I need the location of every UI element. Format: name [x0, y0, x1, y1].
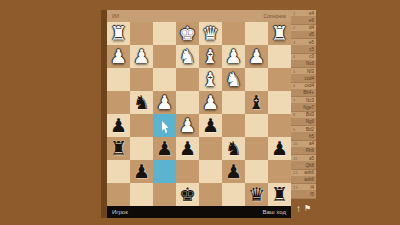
move-row[interactable]: 7Nc3: [291, 97, 316, 104]
square-h6[interactable]: ♜: [107, 137, 130, 160]
move-san: Ng6: [306, 119, 314, 124]
move-san: f5: [310, 192, 314, 197]
move-san: Bd3: [306, 112, 314, 117]
move-number: 10: [293, 141, 297, 146]
opponent-role-label: Соперник: [264, 13, 286, 19]
square-e7[interactable]: [176, 160, 199, 183]
piece-black-pawn[interactable]: ♟: [199, 114, 222, 137]
square-b5[interactable]: [245, 114, 268, 137]
move-row[interactable]: 6cxd4: [291, 83, 316, 90]
move-row[interactable]: Nge7: [291, 104, 316, 111]
move-san: e4: [309, 11, 314, 16]
square-g8[interactable]: [130, 183, 153, 206]
square-f4[interactable]: ♟: [153, 91, 176, 114]
square-b6[interactable]: [245, 137, 268, 160]
move-row[interactable]: Rh6: [291, 148, 316, 155]
square-h7[interactable]: [107, 160, 130, 183]
square-h5[interactable]: ♟: [107, 114, 130, 137]
square-a2[interactable]: [268, 45, 291, 68]
square-g7[interactable]: ♟: [130, 160, 153, 183]
square-e1[interactable]: ♚: [176, 22, 199, 45]
move-number: 8: [293, 112, 295, 117]
move-row[interactable]: 4c3: [291, 54, 316, 61]
move-row[interactable]: 10a4: [291, 141, 316, 148]
move-number: 9: [293, 127, 295, 132]
square-b8[interactable]: ♛: [245, 183, 268, 206]
move-row[interactable]: 3e5: [291, 39, 316, 46]
square-f3[interactable]: [153, 68, 176, 91]
move-san: Nc6: [306, 61, 314, 66]
piece-white-bishop[interactable]: ♝: [199, 45, 222, 68]
piece-black-pawn[interactable]: ♟: [268, 137, 291, 160]
move-list-footer: ↑ ⚑: [291, 199, 316, 218]
square-e8[interactable]: ♚: [176, 183, 199, 206]
move-row[interactable]: Qb8: [291, 162, 316, 169]
square-d4[interactable]: ♟: [199, 91, 222, 114]
move-row[interactable]: d5: [291, 32, 316, 39]
move-number: 13: [293, 185, 297, 190]
square-g6[interactable]: [130, 137, 153, 160]
piece-black-king[interactable]: ♚: [176, 183, 199, 206]
piece-black-pawn[interactable]: ♟: [130, 160, 153, 183]
piece-black-knight[interactable]: ♞: [130, 91, 153, 114]
square-e5[interactable]: ♟: [176, 114, 199, 137]
piece-white-pawn[interactable]: ♟: [107, 45, 130, 68]
move-number: 3: [293, 40, 295, 45]
move-row[interactable]: 2d4: [291, 25, 316, 32]
move-row[interactable]: f5: [291, 191, 316, 198]
move-san: Rh6: [306, 148, 314, 153]
square-f7[interactable]: [153, 160, 176, 183]
square-h4[interactable]: [107, 91, 130, 114]
square-a6[interactable]: ♟: [268, 137, 291, 160]
move-number: 12: [293, 170, 297, 175]
move-san: Nc3: [306, 98, 314, 103]
piece-black-rook[interactable]: ♜: [268, 183, 291, 206]
square-f6[interactable]: ♟: [153, 137, 176, 160]
square-d5[interactable]: ♟: [199, 114, 222, 137]
piece-white-pawn[interactable]: ♟: [222, 45, 245, 68]
move-row[interactable]: 11a5: [291, 155, 316, 162]
move-row[interactable]: Bb4+: [291, 90, 316, 97]
move-row[interactable]: h5: [291, 133, 316, 140]
square-b1[interactable]: [245, 22, 268, 45]
turn-status: Ваш ход: [263, 209, 286, 215]
move-number: 2: [293, 25, 295, 30]
move-number: 6: [293, 83, 295, 88]
move-number: 11: [293, 156, 297, 161]
square-h1[interactable]: ♜: [107, 22, 130, 45]
move-row[interactable]: 12axb6: [291, 170, 316, 177]
square-c4[interactable]: [222, 91, 245, 114]
square-d6[interactable]: [199, 137, 222, 160]
square-b4[interactable]: ♝: [245, 91, 268, 114]
piece-black-pawn[interactable]: ♟: [153, 137, 176, 160]
move-san: axb6: [304, 177, 314, 182]
square-d7[interactable]: [199, 160, 222, 183]
move-san: cxd4: [304, 83, 314, 88]
square-f2[interactable]: [153, 45, 176, 68]
chess-app-window: ИИ Соперник ♜♚♛♜♟♟♞♝♟♟♝♞♞♟♟♝♟♟♟♜♟♟♞♟♟♟♚♛…: [0, 0, 400, 225]
square-d2[interactable]: ♝: [199, 45, 222, 68]
move-san: Nge7: [303, 105, 314, 110]
square-a7[interactable]: [268, 160, 291, 183]
square-c7[interactable]: ♟: [222, 160, 245, 183]
square-a3[interactable]: [268, 68, 291, 91]
move-san: Nf3: [307, 69, 314, 74]
piece-white-knight[interactable]: ♞: [176, 45, 199, 68]
move-san: Bb4+: [303, 90, 314, 95]
move-san: h5: [309, 134, 314, 139]
square-b3[interactable]: [245, 68, 268, 91]
move-list: 1e4e62d4d53e5c54c3Nc65Nf3cxd46cxd4Bb4+7N…: [291, 10, 316, 199]
move-san: cxd4: [304, 76, 314, 81]
move-san: c3: [309, 54, 314, 59]
move-row[interactable]: c5: [291, 46, 316, 53]
move-san: d5: [309, 32, 314, 37]
piece-black-pawn[interactable]: ♟: [176, 137, 199, 160]
square-e3[interactable]: [176, 68, 199, 91]
move-row[interactable]: 9Bd2: [291, 126, 316, 133]
opponent-name: ИИ: [112, 13, 119, 19]
square-c2[interactable]: ♟: [222, 45, 245, 68]
piece-white-bishop[interactable]: ♝: [199, 68, 222, 91]
piece-white-rook[interactable]: ♜: [268, 22, 291, 45]
square-b2[interactable]: ♟: [245, 45, 268, 68]
piece-black-knight[interactable]: ♞: [222, 137, 245, 160]
square-f5[interactable]: [153, 114, 176, 137]
player-name: Игрок: [112, 209, 128, 215]
piece-white-pawn[interactable]: ♟: [176, 114, 199, 137]
square-e2[interactable]: ♞: [176, 45, 199, 68]
move-row[interactable]: Nc6: [291, 61, 316, 68]
square-g5[interactable]: [130, 114, 153, 137]
piece-white-rook[interactable]: ♜: [107, 22, 130, 45]
move-row[interactable]: axb6: [291, 177, 316, 184]
move-row[interactable]: 1e4: [291, 10, 316, 17]
opponent-bar: ИИ Соперник: [107, 10, 291, 22]
move-san: Qb8: [305, 163, 314, 168]
move-row[interactable]: 13f4: [291, 184, 316, 191]
square-h2[interactable]: ♟: [107, 45, 130, 68]
move-san: a4: [309, 141, 314, 146]
move-row[interactable]: cxd4: [291, 75, 316, 82]
square-f1[interactable]: [153, 22, 176, 45]
piece-white-pawn[interactable]: ♟: [245, 45, 268, 68]
move-san: f4: [310, 185, 314, 190]
move-san: a5: [309, 156, 314, 161]
piece-white-pawn[interactable]: ♟: [153, 91, 176, 114]
player-bar: Игрок Ваш ход: [107, 206, 291, 218]
square-c3[interactable]: ♞: [222, 68, 245, 91]
move-san: e5: [309, 40, 314, 45]
square-a8[interactable]: ♜: [268, 183, 291, 206]
move-row[interactable]: 5Nf3: [291, 68, 316, 75]
square-a4[interactable]: [268, 91, 291, 114]
move-number: 4: [293, 54, 295, 59]
square-d3[interactable]: ♝: [199, 68, 222, 91]
square-c6[interactable]: ♞: [222, 137, 245, 160]
move-number: 1: [293, 11, 295, 16]
scroll-up-icon[interactable]: ↑: [296, 204, 301, 214]
square-d1[interactable]: ♛: [199, 22, 222, 45]
move-san: axb6: [304, 170, 314, 175]
square-a1[interactable]: ♜: [268, 22, 291, 45]
square-d8[interactable]: [199, 183, 222, 206]
piece-black-pawn[interactable]: ♟: [222, 160, 245, 183]
square-h3[interactable]: [107, 68, 130, 91]
move-row[interactable]: e6: [291, 17, 316, 24]
square-e6[interactable]: ♟: [176, 137, 199, 160]
square-c1[interactable]: [222, 22, 245, 45]
move-san: d4: [309, 25, 314, 30]
square-a5[interactable]: [268, 114, 291, 137]
resign-flag-icon[interactable]: ⚑: [304, 204, 311, 214]
move-san: c5: [309, 47, 314, 52]
piece-white-pawn[interactable]: ♟: [130, 45, 153, 68]
square-e4[interactable]: [176, 91, 199, 114]
square-g3[interactable]: [130, 68, 153, 91]
piece-white-pawn[interactable]: ♟: [199, 91, 222, 114]
square-h8[interactable]: [107, 183, 130, 206]
square-c8[interactable]: [222, 183, 245, 206]
move-san: Bd2: [306, 127, 314, 132]
piece-black-queen[interactable]: ♛: [245, 183, 268, 206]
move-row[interactable]: 8Bd3: [291, 112, 316, 119]
move-number: 5: [293, 69, 295, 74]
piece-white-king[interactable]: ♚: [176, 22, 199, 45]
square-c5[interactable]: [222, 114, 245, 137]
move-row[interactable]: Ng6: [291, 119, 316, 126]
square-g1[interactable]: [130, 22, 153, 45]
move-number: 7: [293, 98, 295, 103]
square-g2[interactable]: ♟: [130, 45, 153, 68]
move-san: e6: [309, 18, 314, 23]
piece-white-queen[interactable]: ♛: [199, 22, 222, 45]
square-b7[interactable]: [245, 160, 268, 183]
chess-board: ♜♚♛♜♟♟♞♝♟♟♝♞♞♟♟♝♟♟♟♜♟♟♞♟♟♟♚♛♜: [107, 22, 291, 206]
piece-white-knight[interactable]: ♞: [222, 68, 245, 91]
piece-black-bishop[interactable]: ♝: [245, 91, 268, 114]
piece-black-rook[interactable]: ♜: [107, 137, 130, 160]
mouse-cursor: [162, 121, 171, 133]
square-g4[interactable]: ♞: [130, 91, 153, 114]
square-f8[interactable]: [153, 183, 176, 206]
piece-black-pawn[interactable]: ♟: [107, 114, 130, 137]
